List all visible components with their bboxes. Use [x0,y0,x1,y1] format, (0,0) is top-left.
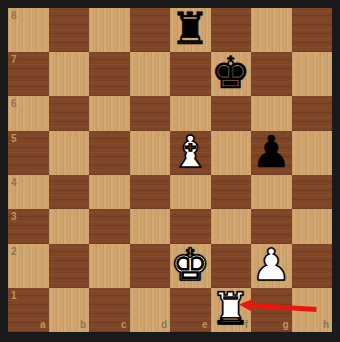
square-e5[interactable]: ♝ [170,131,211,175]
chess-board: 8♜7♚65♝♟432♚♟1abcdef♜gh [8,8,332,332]
square-f4[interactable] [211,175,252,210]
square-b8[interactable] [49,8,90,52]
square-g5[interactable]: ♟ [251,131,292,175]
square-e4[interactable] [170,175,211,210]
square-f6[interactable] [211,96,252,131]
square-e1[interactable]: e [170,288,211,332]
square-h8[interactable] [292,8,333,52]
square-d7[interactable] [130,52,171,96]
square-c4[interactable] [89,175,130,210]
square-a2[interactable]: 2 [8,244,49,288]
rank-label-6: 6 [11,99,17,109]
square-g4[interactable] [251,175,292,210]
file-label-b: b [80,320,86,330]
square-f7[interactable]: ♚ [211,52,252,96]
square-b6[interactable] [49,96,90,131]
square-b4[interactable] [49,175,90,210]
square-b5[interactable] [49,131,90,175]
square-f8[interactable] [211,8,252,52]
file-label-h: h [323,320,329,330]
square-a6[interactable]: 6 [8,96,49,131]
square-d8[interactable] [130,8,171,52]
file-label-d: d [161,320,167,330]
square-d4[interactable] [130,175,171,210]
rank-label-5: 5 [11,134,17,144]
file-label-c: c [121,320,127,330]
white-rook[interactable]: ♜ [211,287,250,331]
square-d6[interactable] [130,96,171,131]
file-label-a: a [40,320,46,330]
square-a3[interactable]: 3 [8,209,49,244]
rank-label-4: 4 [11,178,17,188]
square-h5[interactable] [292,131,333,175]
square-d1[interactable]: d [130,288,171,332]
square-b7[interactable] [49,52,90,96]
white-pawn[interactable]: ♟ [252,243,291,287]
square-h1[interactable]: h [292,288,333,332]
square-a5[interactable]: 5 [8,131,49,175]
black-pawn[interactable]: ♟ [252,130,291,174]
white-king[interactable]: ♚ [171,243,210,287]
square-h6[interactable] [292,96,333,131]
rank-label-7: 7 [11,55,17,65]
square-g1[interactable]: g [251,288,292,332]
file-label-e: e [202,320,208,330]
square-h2[interactable] [292,244,333,288]
square-a7[interactable]: 7 [8,52,49,96]
square-d2[interactable] [130,244,171,288]
square-c8[interactable] [89,8,130,52]
square-h7[interactable] [292,52,333,96]
square-c6[interactable] [89,96,130,131]
square-c3[interactable] [89,209,130,244]
square-a1[interactable]: 1a [8,288,49,332]
square-f5[interactable] [211,131,252,175]
square-e2[interactable]: ♚ [170,244,211,288]
square-g8[interactable] [251,8,292,52]
square-g2[interactable]: ♟ [251,244,292,288]
rank-label-2: 2 [11,247,17,257]
square-e7[interactable] [170,52,211,96]
square-h3[interactable] [292,209,333,244]
square-b2[interactable] [49,244,90,288]
rank-label-8: 8 [11,11,17,21]
square-d3[interactable] [130,209,171,244]
square-a8[interactable]: 8 [8,8,49,52]
square-a4[interactable]: 4 [8,175,49,210]
square-f3[interactable] [211,209,252,244]
square-g7[interactable] [251,52,292,96]
chess-board-frame: 8♜7♚65♝♟432♚♟1abcdef♜gh [0,0,340,342]
square-b3[interactable] [49,209,90,244]
square-c5[interactable] [89,131,130,175]
square-b1[interactable]: b [49,288,90,332]
square-e8[interactable]: ♜ [170,8,211,52]
square-h4[interactable] [292,175,333,210]
square-f1[interactable]: f♜ [211,288,252,332]
square-f2[interactable] [211,244,252,288]
rank-label-3: 3 [11,212,17,222]
square-d5[interactable] [130,131,171,175]
rank-label-1: 1 [11,291,17,301]
square-c1[interactable]: c [89,288,130,332]
black-king[interactable]: ♚ [211,51,250,95]
file-label-g: g [282,320,288,330]
square-c2[interactable] [89,244,130,288]
square-c7[interactable] [89,52,130,96]
white-bishop[interactable]: ♝ [171,130,210,174]
black-rook[interactable]: ♜ [171,7,210,51]
